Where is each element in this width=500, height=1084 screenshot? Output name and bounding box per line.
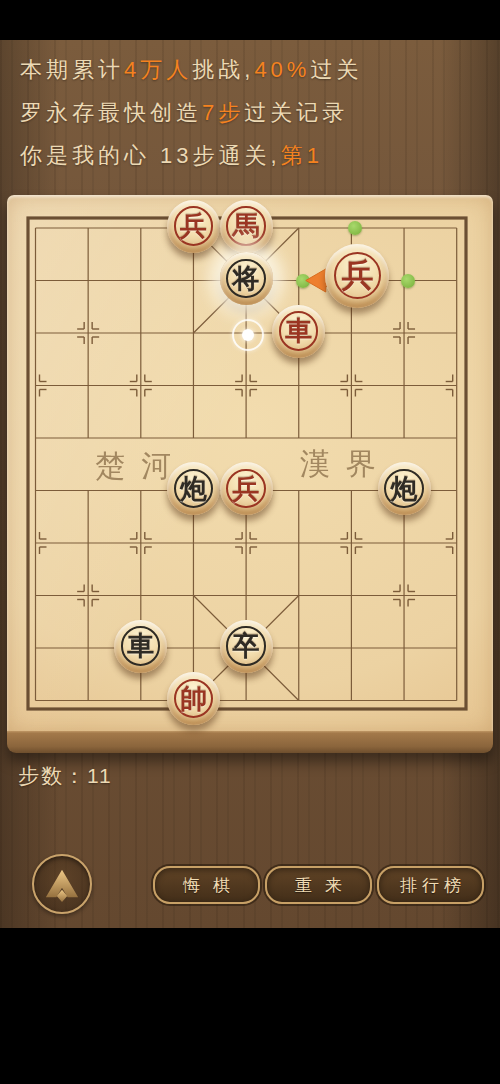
mountain-chevron-icon <box>43 865 81 903</box>
piece-character: 車 <box>127 628 154 664</box>
hint-move-dot[interactable] <box>401 274 415 288</box>
header-text-run: 40% <box>254 57 310 82</box>
move-counter-value: 11 <box>87 764 113 787</box>
header-text-run: 挑战, <box>192 57 254 82</box>
wood-background: 本期累计4万人挑战,40%过关 罗永存最快创造7步过关记录 你是我的心 13步通… <box>0 40 500 928</box>
board-side-bevel <box>7 731 493 753</box>
piece-black-cannon[interactable]: 炮 <box>378 462 431 515</box>
move-counter-label: 步数： <box>18 764 87 787</box>
piece-black-general[interactable]: 将 <box>220 252 273 305</box>
status-bar <box>0 0 500 40</box>
piece-character: 帥 <box>180 681 207 717</box>
river-label-right: 漢界 <box>300 444 392 485</box>
piece-red-pawn-selected[interactable]: 兵 <box>325 244 389 308</box>
restart-button[interactable]: 重来 <box>265 866 372 904</box>
piece-red-horse[interactable]: 馬 <box>220 200 273 253</box>
piece-character: 炮 <box>180 471 207 507</box>
header-text-run: 你是我的心 13步通关, <box>20 143 281 168</box>
restart-button-label: 重来 <box>282 874 355 897</box>
challenge-stats-line: 本期累计4万人挑战,40%过关 <box>20 48 362 91</box>
piece-character: 兵 <box>233 471 260 507</box>
header-text-run: 本期累计 <box>20 57 124 82</box>
xiangqi-board[interactable]: 楚河 漢界 兵馬将兵車炮兵炮車卒帥 <box>7 195 493 753</box>
header-text-run: 7步 <box>202 100 244 125</box>
piece-character: 兵 <box>180 208 207 244</box>
leaderboard-button[interactable]: 排行榜 <box>377 866 484 904</box>
header-text-run: 过关记录 <box>244 100 348 125</box>
player-result-line: 你是我的心 13步通关,第1 <box>20 134 362 177</box>
header-text-run: 4万人 <box>124 57 192 82</box>
piece-red-general[interactable]: 帥 <box>167 672 220 725</box>
header-text-run: 罗永存最快创造 <box>20 100 202 125</box>
challenge-header: 本期累计4万人挑战,40%过关 罗永存最快创造7步过关记录 你是我的心 13步通… <box>20 48 362 177</box>
piece-red-pawn[interactable]: 兵 <box>167 200 220 253</box>
piece-black-chariot[interactable]: 車 <box>114 620 167 673</box>
piece-red-pawn[interactable]: 兵 <box>220 462 273 515</box>
piece-character: 車 <box>285 313 312 349</box>
app-screen: 本期累计4万人挑战,40%过关 罗永存最快创造7步过关记录 你是我的心 13步通… <box>0 0 500 1084</box>
piece-character: 炮 <box>391 471 418 507</box>
piece-character: 卒 <box>233 628 260 664</box>
piece-character: 将 <box>233 261 260 297</box>
leaderboard-button-label: 排行榜 <box>395 874 466 897</box>
move-counter: 步数：11 <box>18 762 113 790</box>
last-move-origin-marker <box>232 319 264 351</box>
record-holder-line: 罗永存最快创造7步过关记录 <box>20 91 362 134</box>
piece-character: 馬 <box>233 208 260 244</box>
android-nav-bar: Bai du 经验 jingyan.baidu.com <box>0 928 500 1084</box>
piece-character: 兵 <box>341 254 373 298</box>
undo-button-label: 悔棋 <box>170 874 243 897</box>
promote-button[interactable] <box>32 854 92 914</box>
undo-button[interactable]: 悔棋 <box>153 866 260 904</box>
piece-black-cannon[interactable]: 炮 <box>167 462 220 515</box>
header-text-run: 过关 <box>310 57 362 82</box>
hint-move-dot[interactable] <box>296 274 310 288</box>
piece-red-chariot[interactable]: 車 <box>272 305 325 358</box>
header-text-run: 第1 <box>281 143 323 168</box>
piece-black-pawn[interactable]: 卒 <box>220 620 273 673</box>
